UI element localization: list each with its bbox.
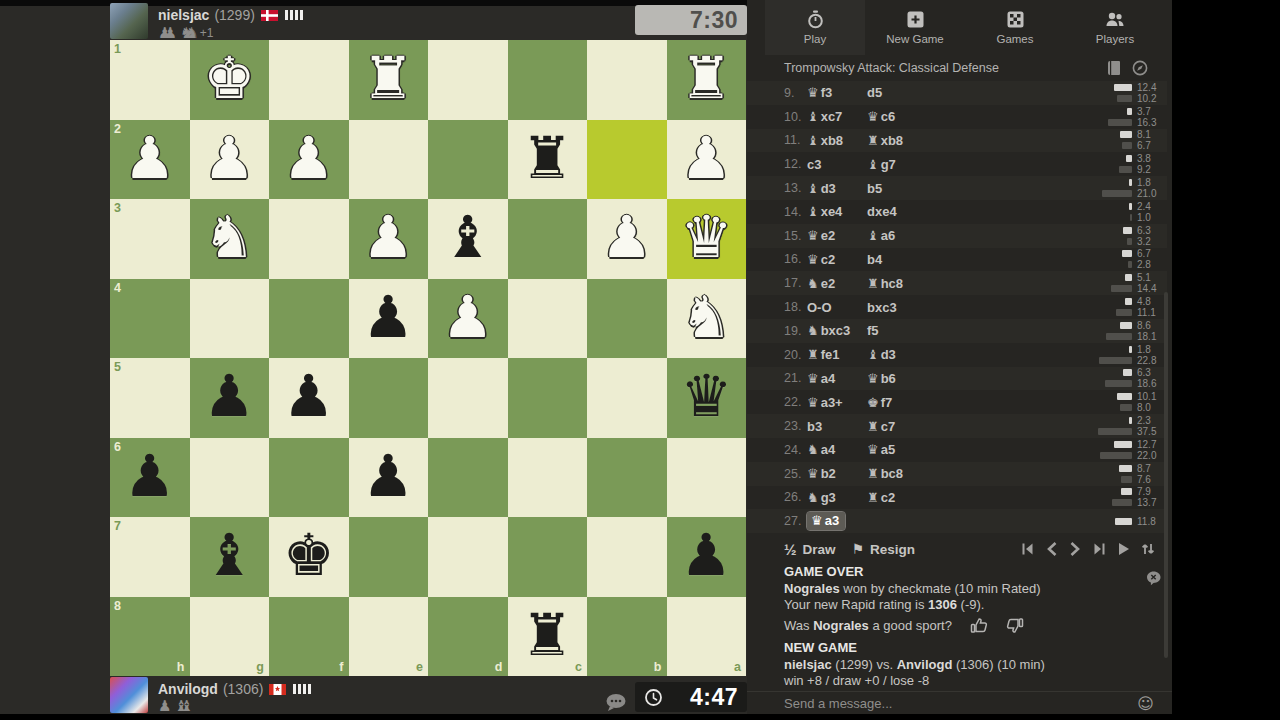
rank-label: 5 [114, 360, 121, 374]
move-row: 9.♛f3d512.410.2 [747, 81, 1167, 105]
board-square-g6[interactable] [190, 438, 270, 518]
move-white[interactable]: ♛e2 [807, 228, 835, 243]
move-time-bar [1121, 488, 1132, 495]
white-pawn-piece[interactable]: ♟ [190, 120, 270, 200]
board-square-f7[interactable]: ♚ [269, 517, 349, 597]
opponent-clock: 7:30 [635, 5, 747, 35]
board-square-b2[interactable] [587, 120, 667, 200]
board-square-b6[interactable] [587, 438, 667, 518]
move-white[interactable]: ♞bxc3 [807, 323, 850, 338]
move-time: 4.8 [1132, 296, 1167, 307]
opponent-captured-pieces: ♟♟♞♞ +1 [158, 25, 214, 40]
move-white[interactable]: ♛a3 [807, 512, 845, 530]
figurine-icon: ♛ [867, 442, 879, 457]
move-time: 12.4 [1132, 82, 1167, 93]
black-rook-piece[interactable]: ♜ [508, 597, 588, 677]
player-name[interactable]: Anvilogd [158, 681, 218, 697]
move-white[interactable]: ♞g3 [807, 490, 836, 505]
move-number: 9. [784, 86, 807, 100]
board-square-h7[interactable]: 7 [110, 517, 190, 597]
move-white[interactable]: ♛a3+ [807, 395, 843, 410]
move-white[interactable]: ♜fe1 [807, 347, 839, 362]
board-square-h2[interactable]: 2♟ [110, 120, 190, 200]
move-number: 26. [784, 490, 807, 504]
move-time-bar [1123, 227, 1132, 234]
game-over-title: GAME OVER [784, 564, 1124, 579]
opponent-avatar[interactable] [110, 3, 148, 39]
black-pawn-piece[interactable]: ♟ [667, 517, 747, 597]
board-square-h3[interactable]: 3 [110, 199, 190, 279]
tab-new-game[interactable]: New Game [865, 0, 965, 55]
move-time-bar [1120, 404, 1132, 411]
move-white[interactable]: ♞e2 [807, 276, 835, 291]
sportsmanship-row: Was Nograles a good sport? [784, 616, 1024, 635]
black-king-piece[interactable]: ♚ [269, 517, 349, 597]
move-time: 10.1 [1132, 391, 1167, 402]
clock-icon [644, 688, 663, 707]
figurine-icon: ♚ [867, 395, 879, 410]
figurine-icon: ♞ [807, 442, 819, 457]
move-number: 17. [784, 276, 807, 290]
board-square-e6[interactable]: ♟ [349, 438, 429, 518]
move-time: 6.3 [1132, 225, 1167, 236]
players-icon [1105, 10, 1125, 29]
resign-flag-icon: ⚑ [852, 541, 865, 557]
move-black[interactable]: ♝a6 [867, 228, 895, 243]
signal-bars-icon [293, 684, 311, 694]
game-over-rating: Your new Rapid rating is 1306 (-9). [784, 597, 1124, 613]
captured-pieces-icons: ♟♝♝ [158, 697, 196, 715]
move-time-bar [1106, 333, 1132, 340]
go-last-icon[interactable] [1091, 541, 1107, 557]
move-time-bar [1122, 142, 1132, 149]
move-time: 12.7 [1132, 439, 1167, 450]
move-time: 11.8 [1132, 516, 1167, 527]
move-row: 10.♝xc7♛c63.716.3 [747, 105, 1167, 129]
tab-label: Games [996, 33, 1033, 45]
move-row: 22.♛a3+♚f710.18.0 [747, 390, 1167, 414]
figurine-icon: ♛ [867, 371, 879, 386]
figurine-icon: ♜ [867, 133, 879, 148]
draw-button[interactable]: Draw [803, 542, 836, 557]
move-row: 18.O-Obxc34.811.1 [747, 295, 1167, 319]
move-row: 20.♜fe1♝d31.822.8 [747, 343, 1167, 367]
move-time-bar [1117, 393, 1132, 400]
move-time: 11.1 [1132, 307, 1167, 318]
player-clock: 4:47 [635, 682, 747, 712]
move-time-bar [1114, 441, 1132, 448]
move-time: 18.6 [1132, 378, 1167, 389]
chat-input[interactable]: Send a message... [784, 696, 1137, 711]
board-square-h8[interactable]: 8h [110, 597, 190, 677]
white-rook-piece[interactable]: ♜ [667, 40, 747, 120]
figurine-icon: ♛ [807, 395, 819, 410]
opponent-clock-time: 7:30 [690, 7, 747, 34]
move-number: 23. [784, 419, 807, 433]
new-game-panel: NEW GAME nielsjac (1299) vs. Anvilogd (1… [784, 640, 1144, 689]
board-square-d4[interactable]: ♟ [428, 279, 508, 359]
board-square-d3[interactable]: ♝ [428, 199, 508, 279]
board-square-d5[interactable] [428, 358, 508, 438]
figurine-icon: ♛ [807, 466, 819, 481]
board-square-f2[interactable]: ♟ [269, 120, 349, 200]
black-pawn-piece[interactable]: ♟ [110, 438, 190, 518]
move-time: 22.0 [1132, 450, 1167, 461]
move-time: 3.7 [1132, 106, 1167, 117]
move-time: 1.8 [1132, 177, 1167, 188]
board-square-c2[interactable]: ♜ [508, 120, 588, 200]
move-black[interactable]: ♜bc8 [867, 466, 903, 481]
white-knight-piece[interactable]: ♞ [667, 279, 747, 359]
plus-square-icon [906, 10, 925, 29]
board-square-g7[interactable]: ♝ [190, 517, 270, 597]
board-square-d2[interactable] [428, 120, 508, 200]
new-game-players: nielsjac (1299) vs. Anvilogd (1306) (10 … [784, 657, 1144, 673]
board-square-g3[interactable]: ♞ [190, 199, 270, 279]
board-square-c7[interactable] [508, 517, 588, 597]
tab-play[interactable]: Play [765, 0, 865, 55]
move-time-bar [1116, 309, 1132, 316]
board-square-f5[interactable]: ♟ [269, 358, 349, 438]
rank-label: 8 [114, 599, 121, 613]
black-bishop-piece[interactable]: ♝ [190, 517, 270, 597]
move-time: 5.1 [1132, 272, 1167, 283]
file-label: a [734, 660, 741, 674]
thumbs-up-icon[interactable] [970, 616, 989, 635]
black-rook-piece[interactable]: ♜ [508, 120, 588, 200]
move-time-bar [1120, 322, 1132, 329]
board-square-d7[interactable] [428, 517, 508, 597]
move-row: 14.♝xe4dxe42.41.0 [747, 200, 1167, 224]
figurine-icon: ♜ [807, 347, 819, 362]
board-square-f6[interactable] [269, 438, 349, 518]
white-pawn-piece[interactable]: ♟ [428, 279, 508, 359]
move-white[interactable]: ♝xe4 [807, 204, 842, 219]
move-number: 12. [784, 157, 807, 171]
move-black[interactable]: dxe4 [867, 204, 897, 219]
explore-compass-icon[interactable] [1132, 60, 1148, 76]
black-pawn-piece[interactable]: ♟ [349, 279, 429, 359]
board-square-c8[interactable]: c♜ [508, 597, 588, 677]
new-game-stakes: win +8 / draw +0 / lose -8 [784, 673, 1144, 689]
board-square-b8[interactable]: b [587, 597, 667, 677]
move-time: 8.7 [1132, 463, 1167, 474]
move-black[interactable]: ♝g7 [867, 157, 896, 172]
opponent-info: nielsjac (1299) [158, 7, 303, 23]
move-black[interactable]: ♚f7 [867, 395, 892, 410]
move-time: 3.2 [1132, 236, 1167, 247]
move-row: 16.♛c2b46.72.8 [747, 248, 1167, 272]
file-label: b [654, 660, 662, 674]
move-row: 26.♞g3♜c27.913.7 [747, 486, 1167, 510]
figurine-icon: ♝ [867, 157, 879, 172]
move-time: 2.3 [1132, 415, 1167, 426]
move-time-bar [1123, 369, 1132, 376]
black-pawn-piece[interactable]: ♟ [190, 358, 270, 438]
move-time: 8.0 [1132, 402, 1167, 413]
opponent-name[interactable]: nielsjac [158, 7, 209, 23]
player-info: Anvilogd (1306) [158, 681, 311, 697]
move-time-bar [1119, 465, 1132, 472]
move-black[interactable]: ♜c2 [867, 490, 895, 505]
stopwatch-icon [806, 10, 825, 29]
player-clock-time: 4:47 [690, 684, 747, 711]
move-black[interactable]: b4 [867, 252, 882, 267]
move-time: 22.8 [1132, 355, 1167, 366]
board-square-e1[interactable]: ♜ [349, 40, 429, 120]
board-square-a4[interactable]: ♞ [667, 279, 747, 359]
move-white[interactable]: ♝xb8 [807, 133, 843, 148]
move-black[interactable]: f5 [867, 323, 879, 338]
move-time: 9.2 [1132, 164, 1167, 175]
move-time-bar [1125, 298, 1132, 305]
board-square-g2[interactable]: ♟ [190, 120, 270, 200]
move-time-bar [1121, 476, 1132, 483]
move-black[interactable]: ♜hc8 [867, 276, 903, 291]
move-row: 12.c3♝g73.89.2 [747, 152, 1167, 176]
board-square-a1[interactable]: ♜ [667, 40, 747, 120]
player-rating: (1306) [223, 681, 263, 697]
move-white[interactable]: ♝d3 [807, 181, 836, 196]
move-white[interactable]: ♛c2 [807, 252, 835, 267]
move-white[interactable]: ♞a4 [807, 442, 835, 457]
opening-name[interactable]: Trompowsky Attack: Classical Defense [784, 61, 1106, 75]
board-square-a5[interactable]: ♛ [667, 358, 747, 438]
board-square-a2[interactable]: ♟ [667, 120, 747, 200]
rank-label: 7 [114, 519, 121, 533]
figurine-icon: ♛ [867, 109, 879, 124]
new-game-title: NEW GAME [784, 640, 1144, 655]
move-time: 37.5 [1132, 426, 1167, 437]
move-time-bar [1099, 357, 1132, 364]
move-row: 17.♞e2♜hc85.114.4 [747, 271, 1167, 295]
board-square-c5[interactable] [508, 358, 588, 438]
figurine-icon: ♞ [807, 276, 819, 291]
board-square-b5[interactable] [587, 358, 667, 438]
figurine-icon: ♝ [807, 204, 819, 219]
board-square-a6[interactable] [667, 438, 747, 518]
board-square-f4[interactable] [269, 279, 349, 359]
signal-bars-icon [285, 10, 303, 20]
white-pawn-piece[interactable]: ♟ [667, 120, 747, 200]
prev-move-icon[interactable] [1045, 541, 1059, 557]
move-time: 6.3 [1132, 367, 1167, 378]
white-knight-piece[interactable]: ♞ [190, 199, 270, 279]
board-square-d1[interactable] [428, 40, 508, 120]
denmark-flag-icon [261, 10, 278, 21]
move-number: 25. [784, 467, 807, 481]
board-square-g4[interactable] [190, 279, 270, 359]
move-time-bar [1117, 95, 1132, 102]
move-number: 14. [784, 205, 807, 219]
material-advantage: +1 [200, 26, 214, 40]
move-time: 2.8 [1132, 259, 1167, 270]
move-black[interactable]: ♛c6 [867, 109, 895, 124]
move-black[interactable]: d5 [867, 85, 882, 100]
move-white[interactable]: ♛a4 [807, 371, 835, 386]
go-first-icon[interactable] [1020, 541, 1036, 557]
move-black[interactable]: ♛a5 [867, 442, 895, 457]
white-queen-piece[interactable]: ♛ [667, 199, 747, 279]
white-pawn-piece[interactable]: ♟ [110, 120, 190, 200]
chat-bubble-icon[interactable] [604, 692, 628, 712]
file-label: g [256, 660, 264, 674]
board-square-f3[interactable] [269, 199, 349, 279]
move-time: 10.2 [1132, 93, 1167, 104]
tab-players[interactable]: Players [1065, 0, 1165, 55]
move-time-bar [1119, 166, 1132, 173]
rank-label: 4 [114, 281, 121, 295]
player-avatar[interactable] [110, 677, 148, 713]
opening-row: Trompowsky Attack: Classical Defense [747, 56, 1172, 80]
move-time: 16.3 [1132, 117, 1167, 128]
file-label: d [495, 660, 503, 674]
move-list: 9.♛f3d512.410.210.♝xc7♛c63.716.311.♝xb8♜… [747, 81, 1167, 533]
move-time: 18.1 [1132, 331, 1167, 342]
chat-input-row: Send a message... ☺ [747, 691, 1172, 715]
figurine-icon: ♝ [807, 133, 819, 148]
move-time-bar [1114, 84, 1132, 91]
board-square-a8[interactable]: a [667, 597, 747, 677]
autoplay-icon[interactable] [1116, 541, 1131, 557]
move-time: 6.7 [1132, 140, 1167, 151]
board-square-b1[interactable] [587, 40, 667, 120]
move-white[interactable]: c3 [807, 157, 821, 172]
move-black[interactable]: bxc3 [867, 300, 897, 315]
move-time: 1.0 [1132, 212, 1167, 223]
move-navigation [1020, 541, 1156, 557]
board-square-g1[interactable]: ♚ [190, 40, 270, 120]
board-square-h1[interactable]: 1 [110, 40, 190, 120]
move-black[interactable]: ♜c7 [867, 419, 895, 434]
file-label: e [416, 660, 423, 674]
white-rook-piece[interactable]: ♜ [349, 40, 429, 120]
emoji-smiley-icon[interactable]: ☺ [1137, 694, 1154, 713]
move-time-bar [1100, 452, 1132, 459]
next-move-icon[interactable] [1068, 541, 1082, 557]
board-square-c4[interactable] [508, 279, 588, 359]
scrollbar[interactable] [1164, 292, 1168, 658]
move-time-bar [1112, 499, 1132, 506]
move-white[interactable]: O-O [807, 300, 832, 315]
board-square-c6[interactable] [508, 438, 588, 518]
move-black[interactable]: ♛b6 [867, 371, 896, 386]
board-square-c3[interactable] [508, 199, 588, 279]
white-king-piece[interactable]: ♚ [190, 40, 270, 120]
move-black[interactable]: ♜xb8 [867, 133, 903, 148]
move-white[interactable]: ♛f3 [807, 85, 832, 100]
move-number: 10. [784, 110, 807, 124]
board-square-e7[interactable] [349, 517, 429, 597]
figurine-icon: ♜ [867, 276, 879, 291]
black-pawn-piece[interactable]: ♟ [269, 358, 349, 438]
opponent-rating: (1299) [214, 7, 254, 23]
board-square-e2[interactable] [349, 120, 429, 200]
thumbs-down-icon[interactable] [1005, 616, 1024, 635]
flip-board-icon[interactable] [1140, 541, 1156, 557]
board-square-b4[interactable] [587, 279, 667, 359]
white-pawn-piece[interactable]: ♟ [349, 199, 429, 279]
board-square-c1[interactable] [508, 40, 588, 120]
board-square-e3[interactable]: ♟ [349, 199, 429, 279]
board-square-f1[interactable] [269, 40, 349, 120]
black-bishop-piece[interactable]: ♝ [428, 199, 508, 279]
move-black[interactable]: ♝d3 [867, 347, 896, 362]
sidebar: Play New Game Games Players Trompowsky A… [747, 0, 1172, 714]
checkerboard-icon [1006, 10, 1025, 29]
tab-label: Play [804, 33, 826, 45]
draw-half-icon: ½ [784, 541, 797, 558]
board-square-b7[interactable] [587, 517, 667, 597]
move-white[interactable]: ♝xc7 [807, 109, 842, 124]
move-number: 16. [784, 252, 807, 266]
move-number: 11. [784, 133, 807, 147]
move-black[interactable]: b5 [867, 181, 882, 196]
board-square-a3[interactable]: ♛ [667, 199, 747, 279]
opening-book-icon[interactable] [1106, 60, 1122, 76]
board-square-a7[interactable]: ♟ [667, 517, 747, 597]
figurine-icon: ♞ [807, 323, 819, 338]
board-square-e8[interactable]: e [349, 597, 429, 677]
move-row: 11.♝xb8♜xb88.16.7 [747, 129, 1167, 153]
board-square-e5[interactable] [349, 358, 429, 438]
move-row: 21.♛a4♛b66.318.6 [747, 367, 1167, 391]
figurine-icon: ♛ [807, 371, 819, 386]
app-window: nielsjac (1299) ♟♟♞♞ +1 7:30 1♚♜♜2♟♟♟♜♟3… [0, 0, 1280, 720]
move-time-bar [1111, 285, 1132, 292]
move-time: 3.8 [1132, 153, 1167, 164]
file-label: f [339, 660, 343, 674]
white-pawn-piece[interactable]: ♟ [587, 199, 667, 279]
move-number: 24. [784, 443, 807, 457]
figurine-icon: ♜ [867, 419, 879, 434]
tab-label: New Game [886, 33, 944, 45]
resign-button[interactable]: Resign [870, 542, 915, 557]
board-square-f8[interactable]: f [269, 597, 349, 677]
canada-flag-icon [269, 684, 286, 695]
black-pawn-piece[interactable]: ♟ [349, 438, 429, 518]
board-square-g8[interactable]: g [190, 597, 270, 677]
move-time-bar [1108, 119, 1132, 126]
figurine-icon: ♝ [867, 228, 879, 243]
board-square-b3[interactable]: ♟ [587, 199, 667, 279]
mute-chat-icon[interactable] [1145, 570, 1162, 587]
figurine-icon: ♝ [867, 347, 879, 362]
tab-label: Players [1096, 33, 1134, 45]
board-square-d6[interactable] [428, 438, 508, 518]
tab-games[interactable]: Games [965, 0, 1065, 55]
move-white[interactable]: b3 [807, 419, 822, 434]
move-time-bar [1125, 274, 1132, 281]
move-number: 19. [784, 324, 807, 338]
game-panel: nielsjac (1299) ♟♟♞♞ +1 7:30 1♚♜♜2♟♟♟♜♟3… [0, 0, 747, 714]
black-queen-piece[interactable]: ♛ [667, 358, 747, 438]
move-number: 15. [784, 229, 807, 243]
white-pawn-piece[interactable]: ♟ [269, 120, 349, 200]
board-square-h5[interactable]: 5 [110, 358, 190, 438]
move-time: 13.7 [1132, 497, 1167, 508]
tab-bar: Play New Game Games Players [765, 0, 1165, 55]
board-square-e4[interactable]: ♟ [349, 279, 429, 359]
move-time: 7.9 [1132, 486, 1167, 497]
move-white[interactable]: ♛b2 [807, 466, 836, 481]
board-square-d8[interactable]: d [428, 597, 508, 677]
board-square-h4[interactable]: 4 [110, 279, 190, 359]
move-time: 1.8 [1132, 344, 1167, 355]
board-square-h6[interactable]: 6♟ [110, 438, 190, 518]
move-time-bar [1102, 190, 1132, 197]
board-square-g5[interactable]: ♟ [190, 358, 270, 438]
